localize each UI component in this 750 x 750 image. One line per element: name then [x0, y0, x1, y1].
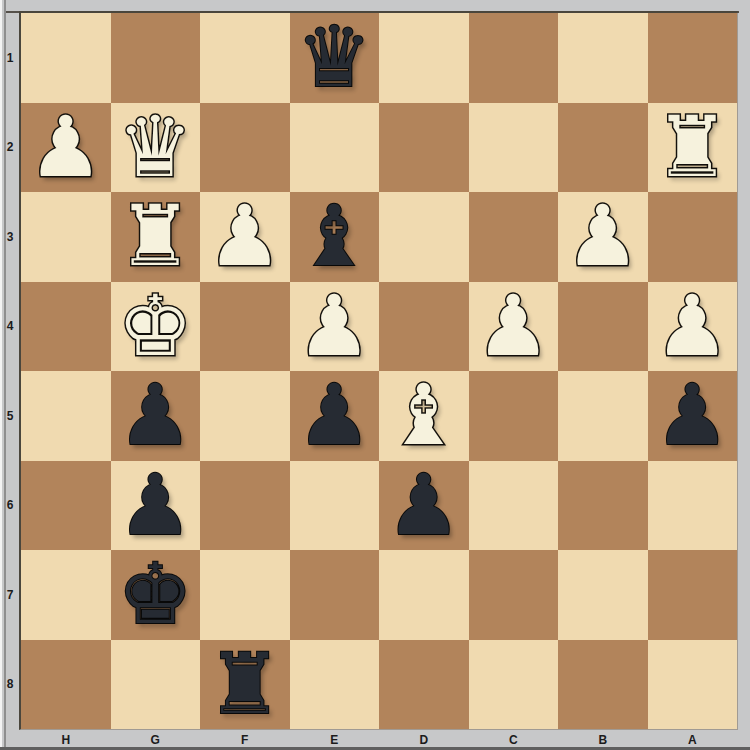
square-f3[interactable]: ♟	[200, 192, 290, 282]
square-b1[interactable]	[558, 13, 648, 103]
white-rook[interactable]: ♜	[655, 103, 730, 193]
square-d5[interactable]: ♝	[379, 371, 469, 461]
rank-label-6: 6	[2, 461, 18, 551]
square-c1[interactable]	[469, 13, 559, 103]
square-a3[interactable]	[648, 192, 738, 282]
square-f2[interactable]	[200, 103, 290, 193]
square-c6[interactable]	[469, 461, 559, 551]
file-label-c: C	[469, 732, 559, 748]
square-h7[interactable]	[21, 550, 111, 640]
square-f5[interactable]	[200, 371, 290, 461]
square-e6[interactable]	[290, 461, 380, 551]
white-rook[interactable]: ♜	[118, 192, 193, 282]
square-c4[interactable]: ♟	[469, 282, 559, 372]
square-h2[interactable]: ♟	[21, 103, 111, 193]
square-b7[interactable]	[558, 550, 648, 640]
square-d3[interactable]	[379, 192, 469, 282]
square-g3[interactable]: ♜	[111, 192, 201, 282]
square-a1[interactable]	[648, 13, 738, 103]
square-d1[interactable]	[379, 13, 469, 103]
file-label-d: D	[379, 732, 469, 748]
square-e3[interactable]: ♝	[290, 192, 380, 282]
square-f8[interactable]: ♜	[200, 640, 290, 730]
square-h1[interactable]	[21, 13, 111, 103]
white-pawn[interactable]: ♟	[655, 282, 730, 372]
square-f4[interactable]	[200, 282, 290, 372]
square-e7[interactable]	[290, 550, 380, 640]
square-d2[interactable]	[379, 103, 469, 193]
square-h3[interactable]	[21, 192, 111, 282]
white-pawn[interactable]: ♟	[297, 282, 372, 372]
square-d6[interactable]: ♟	[379, 461, 469, 551]
white-pawn[interactable]: ♟	[28, 103, 103, 193]
rank-label-3: 3	[2, 192, 18, 282]
file-label-e: E	[290, 732, 380, 748]
black-queen[interactable]: ♛	[297, 13, 372, 103]
black-king[interactable]: ♚	[118, 550, 193, 640]
black-pawn[interactable]: ♟	[118, 461, 193, 551]
square-g8[interactable]	[111, 640, 201, 730]
square-c7[interactable]	[469, 550, 559, 640]
rank-label-7: 7	[2, 550, 18, 640]
square-e1[interactable]: ♛	[290, 13, 380, 103]
square-e4[interactable]: ♟	[290, 282, 380, 372]
square-d4[interactable]	[379, 282, 469, 372]
white-pawn[interactable]: ♟	[207, 192, 282, 282]
white-pawn[interactable]: ♟	[565, 192, 640, 282]
square-c3[interactable]	[469, 192, 559, 282]
black-rook[interactable]: ♜	[207, 640, 282, 730]
chess-board: ♛♟♛♜♜♟♝♟♚♟♟♟♟♟♝♟♟♟♚♜	[19, 11, 738, 730]
square-a6[interactable]	[648, 461, 738, 551]
square-a5[interactable]: ♟	[648, 371, 738, 461]
white-king[interactable]: ♚	[118, 282, 193, 372]
square-a8[interactable]	[648, 640, 738, 730]
square-g6[interactable]: ♟	[111, 461, 201, 551]
square-g1[interactable]	[111, 13, 201, 103]
file-label-h: H	[21, 732, 111, 748]
square-f6[interactable]	[200, 461, 290, 551]
rank-label-8: 8	[2, 640, 18, 730]
rank-label-4: 4	[2, 282, 18, 372]
square-c8[interactable]	[469, 640, 559, 730]
square-h5[interactable]	[21, 371, 111, 461]
square-b4[interactable]	[558, 282, 648, 372]
square-e5[interactable]: ♟	[290, 371, 380, 461]
square-g7[interactable]: ♚	[111, 550, 201, 640]
square-b6[interactable]	[558, 461, 648, 551]
square-h8[interactable]	[21, 640, 111, 730]
file-label-g: G	[111, 732, 201, 748]
rank-label-2: 2	[2, 103, 18, 193]
square-e2[interactable]	[290, 103, 380, 193]
file-label-a: A	[648, 732, 738, 748]
square-c5[interactable]	[469, 371, 559, 461]
white-queen[interactable]: ♛	[118, 103, 193, 193]
square-b3[interactable]: ♟	[558, 192, 648, 282]
black-bishop[interactable]: ♝	[297, 192, 372, 282]
black-pawn[interactable]: ♟	[655, 371, 730, 461]
black-pawn[interactable]: ♟	[118, 371, 193, 461]
square-g5[interactable]: ♟	[111, 371, 201, 461]
square-f7[interactable]	[200, 550, 290, 640]
white-pawn[interactable]: ♟	[476, 282, 551, 372]
file-label-f: F	[200, 732, 290, 748]
square-a4[interactable]: ♟	[648, 282, 738, 372]
file-label-b: B	[558, 732, 648, 748]
black-pawn[interactable]: ♟	[297, 371, 372, 461]
square-h4[interactable]	[21, 282, 111, 372]
square-b5[interactable]	[558, 371, 648, 461]
rank-label-1: 1	[2, 13, 18, 103]
square-c2[interactable]	[469, 103, 559, 193]
square-g4[interactable]: ♚	[111, 282, 201, 372]
rank-label-5: 5	[2, 371, 18, 461]
square-e8[interactable]	[290, 640, 380, 730]
square-f1[interactable]	[200, 13, 290, 103]
square-g2[interactable]: ♛	[111, 103, 201, 193]
square-a7[interactable]	[648, 550, 738, 640]
square-b2[interactable]	[558, 103, 648, 193]
square-d7[interactable]	[379, 550, 469, 640]
white-bishop[interactable]: ♝	[386, 371, 461, 461]
square-b8[interactable]	[558, 640, 648, 730]
square-a2[interactable]: ♜	[648, 103, 738, 193]
black-pawn[interactable]: ♟	[386, 461, 461, 551]
square-d8[interactable]	[379, 640, 469, 730]
square-h6[interactable]	[21, 461, 111, 551]
